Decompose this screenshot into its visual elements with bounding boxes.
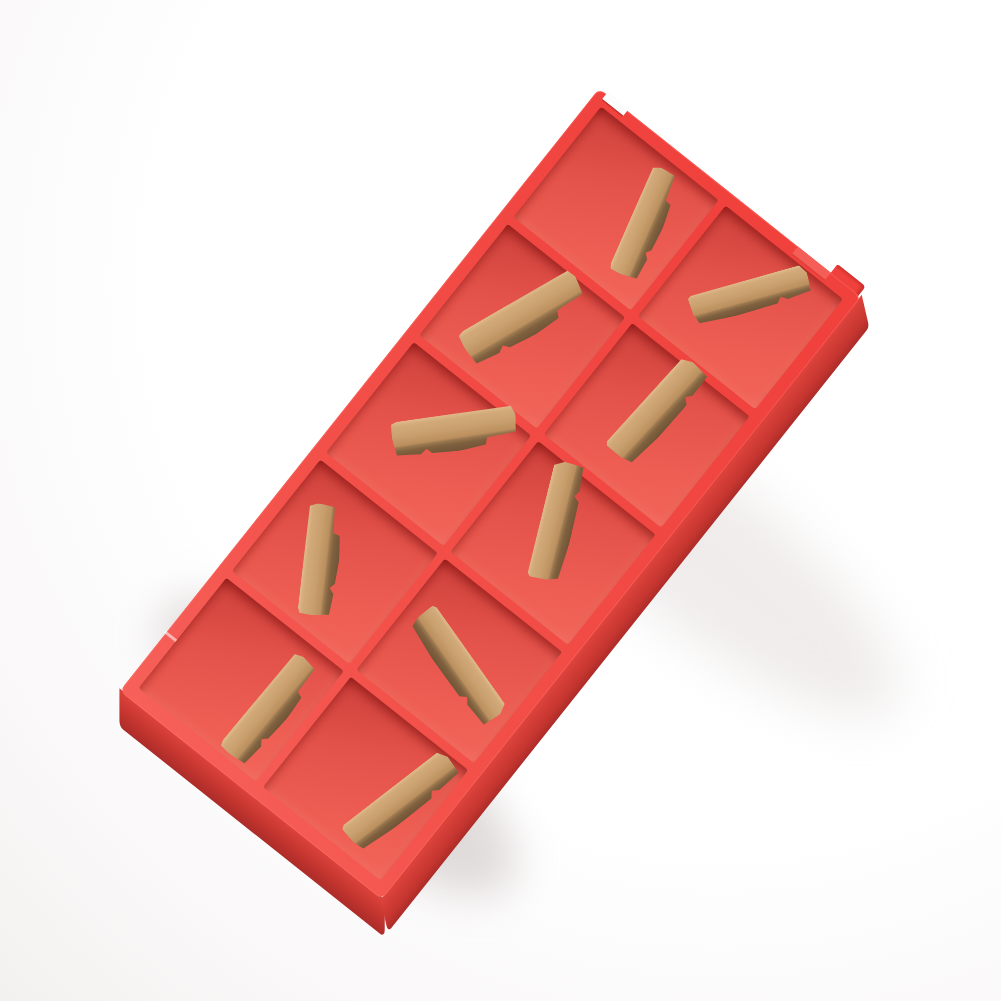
carbide-insert xyxy=(604,355,712,468)
carbide-insert xyxy=(687,264,813,327)
photo-background xyxy=(0,0,1001,1001)
carbide-insert xyxy=(390,404,520,460)
carbide-insert xyxy=(608,164,684,282)
carbide-insert xyxy=(297,502,345,617)
carbide-insert xyxy=(456,268,590,369)
insert-box xyxy=(120,88,862,899)
carbide-insert xyxy=(407,604,508,728)
carbide-insert xyxy=(219,651,324,768)
carbide-insert xyxy=(526,459,588,584)
